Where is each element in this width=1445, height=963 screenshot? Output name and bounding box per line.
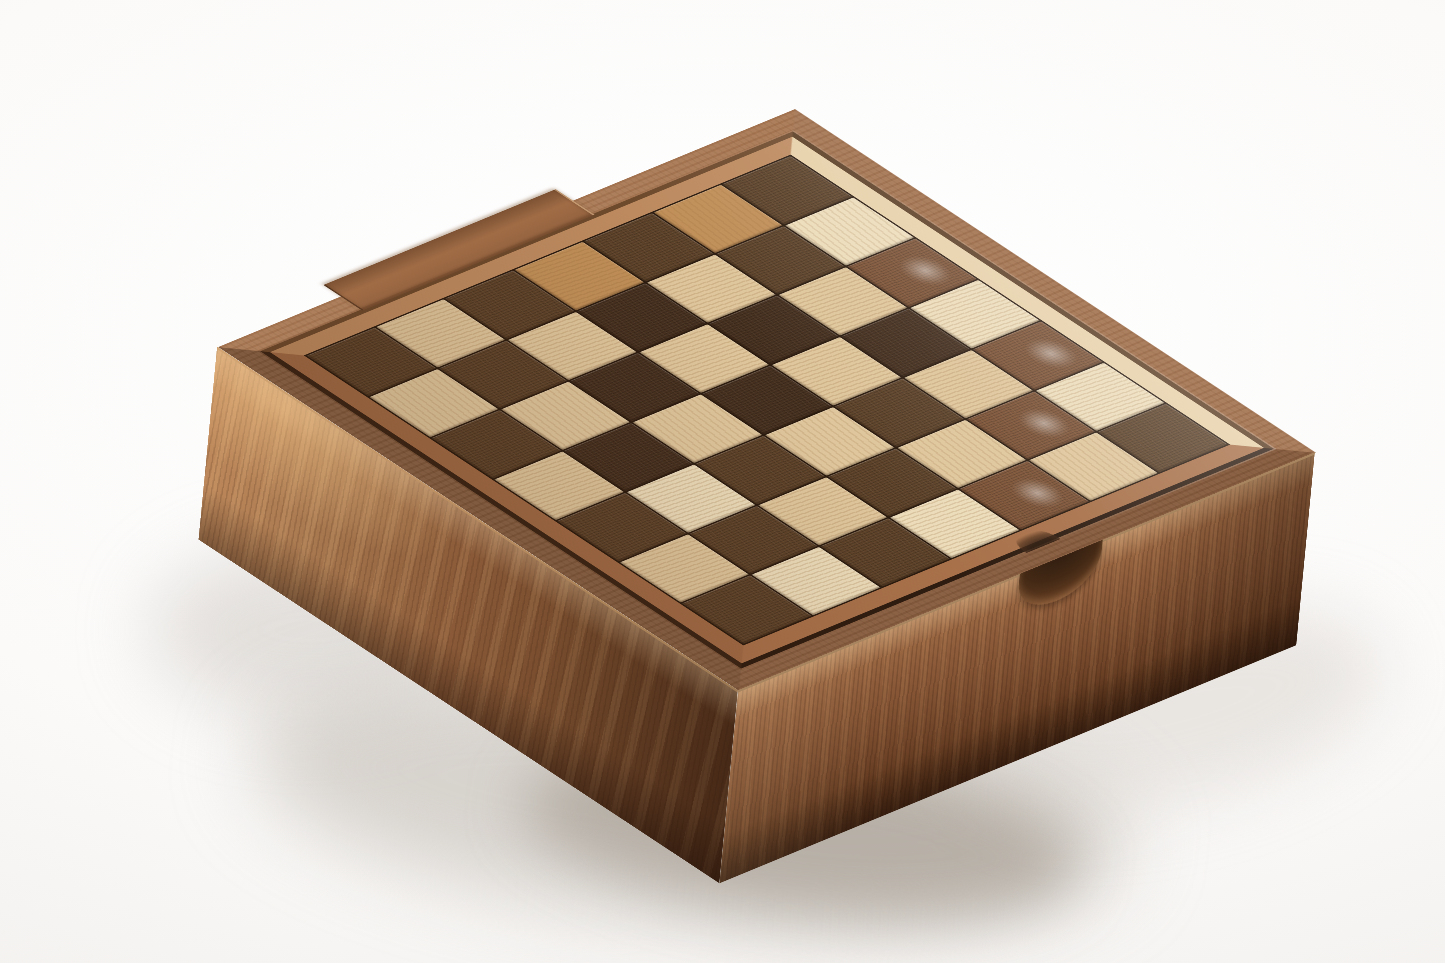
board-square-r6c3 [501, 382, 630, 450]
board-square-r6c7 [752, 547, 881, 615]
board-square-r6c6 [689, 506, 818, 574]
board-square-r7c2 [369, 369, 498, 437]
product-photo-scene [0, 0, 1445, 963]
board-square-r5c4 [633, 394, 762, 462]
finger-notch-top-cut [1009, 528, 1060, 553]
board-square-r5c6 [758, 477, 887, 545]
glare-highlight [960, 461, 1089, 529]
board-square-r4c7 [890, 490, 1019, 558]
board-square-r5c7 [821, 518, 950, 586]
board-square-r7c3 [432, 410, 561, 478]
board-square-r7c7 [682, 576, 811, 644]
board-square-r7c5 [557, 493, 686, 561]
board-square-r2c7 [1029, 432, 1158, 500]
board-square-r6c5 [626, 464, 755, 532]
board-square-r7c6 [620, 534, 749, 602]
board-square-r3c7 [960, 461, 1089, 529]
board-square-r4c5 [765, 407, 894, 475]
board-square-r7c4 [494, 452, 623, 520]
board-square-r5c5 [696, 436, 825, 504]
board-square-r3c6 [897, 420, 1026, 488]
board-square-r4c6 [828, 448, 957, 516]
board-square-r6c4 [564, 423, 693, 491]
